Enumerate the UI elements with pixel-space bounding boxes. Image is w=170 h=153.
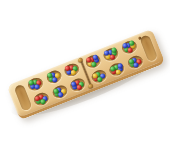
pit-bottom-4[interactable] [90, 68, 108, 85]
hinge-pin-icon [77, 58, 83, 64]
pit-bottom-6[interactable] [126, 54, 144, 71]
mancala-board [7, 29, 166, 121]
photo-scene [0, 0, 170, 153]
pit-bottom-3[interactable] [69, 77, 87, 94]
pit-bottom-2[interactable] [51, 84, 69, 101]
pit-bottom-1[interactable] [33, 91, 51, 108]
pit-bottom-5[interactable] [108, 61, 126, 78]
